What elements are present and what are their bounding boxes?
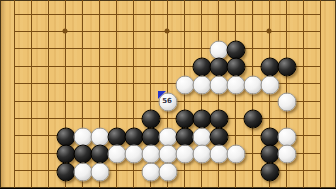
- white-stone: [91, 162, 110, 181]
- star-point: [267, 29, 272, 34]
- grid-line-horizontal: [14, 14, 321, 15]
- grid-line-vertical: [31, 0, 32, 188]
- go-board[interactable]: 56: [0, 0, 336, 188]
- black-stone: [227, 58, 246, 77]
- white-stone: [261, 75, 280, 94]
- white-stone: [227, 145, 246, 164]
- grid-line-vertical: [303, 0, 304, 188]
- black-stone: [210, 110, 229, 129]
- white-stone: [278, 145, 297, 164]
- black-stone: [261, 162, 280, 181]
- white-stone: [159, 93, 178, 112]
- black-stone: [244, 110, 263, 129]
- black-stone: [210, 127, 229, 146]
- grid-line-horizontal: [14, 48, 321, 49]
- black-stone: [142, 110, 161, 129]
- white-stone: [278, 127, 297, 146]
- grid-line-vertical: [48, 0, 49, 188]
- grid-line-horizontal: [14, 118, 321, 119]
- star-point: [63, 29, 68, 34]
- grid-line-vertical: [320, 0, 321, 188]
- black-stone: [227, 40, 246, 59]
- grid-line-horizontal: [14, 188, 321, 189]
- white-stone: [159, 162, 178, 181]
- white-stone: [278, 93, 297, 112]
- grid-line-vertical: [14, 0, 15, 188]
- black-stone: [278, 58, 297, 77]
- star-point: [165, 29, 170, 34]
